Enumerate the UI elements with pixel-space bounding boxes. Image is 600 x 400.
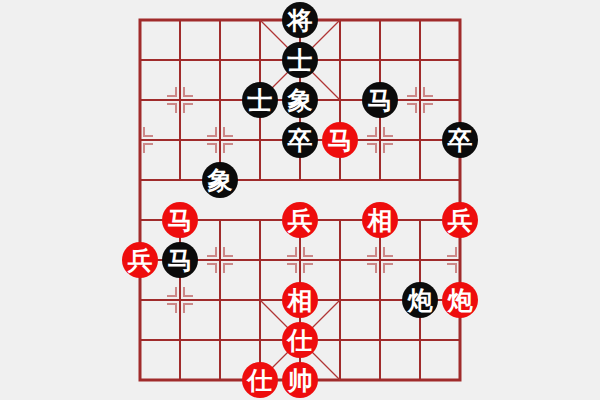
xiangqi-app: 将士士象马卒卒象马炮马马兵相兵兵相炮仕仕帅 <box>0 0 600 400</box>
piece-red-horse[interactable]: 马 <box>162 202 198 238</box>
piece-black-advisor[interactable]: 士 <box>242 82 278 118</box>
piece-red-advisor[interactable]: 仕 <box>282 322 318 358</box>
piece-red-soldier[interactable]: 兵 <box>282 202 318 238</box>
piece-black-horse[interactable]: 马 <box>162 242 198 278</box>
piece-black-advisor[interactable]: 士 <box>282 42 318 78</box>
pieces-layer: 将士士象马卒卒象马炮马马兵相兵兵相炮仕仕帅 <box>120 0 480 400</box>
xiangqi-board[interactable]: 将士士象马卒卒象马炮马马兵相兵兵相炮仕仕帅 <box>0 0 600 400</box>
piece-black-elephant[interactable]: 象 <box>282 82 318 118</box>
piece-red-elephant[interactable]: 相 <box>282 282 318 318</box>
piece-black-soldier[interactable]: 卒 <box>442 122 478 158</box>
piece-red-advisor[interactable]: 仕 <box>242 362 278 398</box>
piece-red-soldier[interactable]: 兵 <box>122 242 158 278</box>
piece-red-soldier[interactable]: 兵 <box>442 202 478 238</box>
piece-black-elephant[interactable]: 象 <box>202 162 238 198</box>
piece-black-soldier[interactable]: 卒 <box>282 122 318 158</box>
piece-red-elephant[interactable]: 相 <box>362 202 398 238</box>
piece-red-general[interactable]: 帅 <box>282 362 318 398</box>
piece-red-horse[interactable]: 马 <box>322 122 358 158</box>
piece-red-cannon[interactable]: 炮 <box>442 282 478 318</box>
piece-black-cannon[interactable]: 炮 <box>402 282 438 318</box>
piece-black-horse[interactable]: 马 <box>362 82 398 118</box>
piece-black-general[interactable]: 将 <box>282 2 318 38</box>
